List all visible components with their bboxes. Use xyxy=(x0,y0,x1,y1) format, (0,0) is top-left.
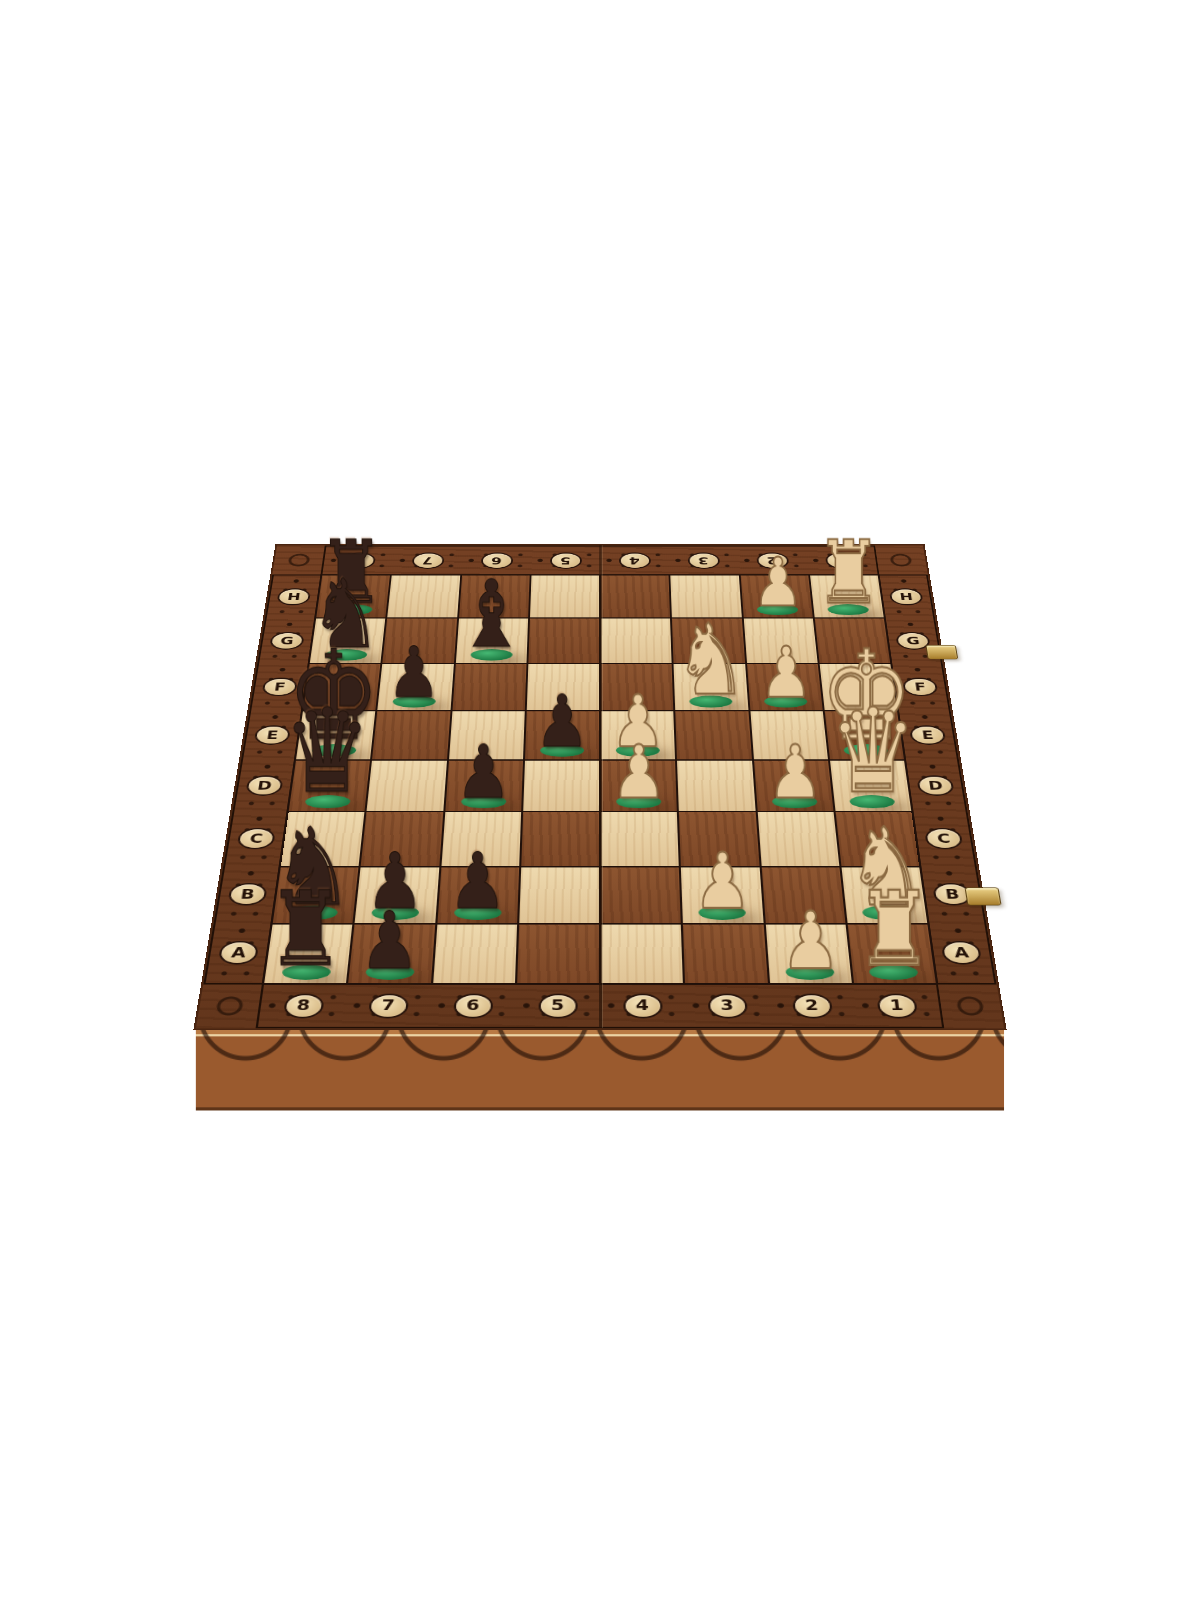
coordinate-medallion: C xyxy=(926,829,961,848)
piece-black-bishop[interactable]: ♝ xyxy=(456,570,526,659)
piece-black-rook[interactable]: ♜ xyxy=(267,880,345,978)
square-h2[interactable]: ♟ xyxy=(740,575,812,617)
square-a5[interactable] xyxy=(517,924,599,983)
square-f6[interactable] xyxy=(452,664,526,710)
piece-black-pawn[interactable]: ♟ xyxy=(455,737,510,807)
square-a8[interactable]: ♜ xyxy=(264,924,352,983)
piece-black-pawn[interactable]: ♟ xyxy=(535,687,589,755)
coordinate-medallion: 3 xyxy=(709,995,745,1016)
piece-white-rook[interactable]: ♜ xyxy=(816,531,882,614)
coordinate-medallion: B xyxy=(230,884,266,904)
piece-white-pawn[interactable]: ♟ xyxy=(611,737,666,807)
square-g4[interactable] xyxy=(601,619,672,663)
product-photo-chess-set: 87654321 87654321 HGFEDCBA HGFEDCBA ♜♟♜♞… xyxy=(0,0,1200,1600)
square-d3[interactable] xyxy=(677,761,755,812)
square-c5[interactable] xyxy=(521,813,599,866)
square-a1[interactable]: ♜ xyxy=(847,924,935,983)
piece-black-pawn[interactable]: ♟ xyxy=(388,639,441,706)
coordinate-medallion: 6 xyxy=(455,995,491,1016)
square-b5[interactable] xyxy=(519,867,599,923)
square-f2[interactable]: ♟ xyxy=(747,664,823,710)
piece-white-pawn[interactable]: ♟ xyxy=(780,903,840,978)
square-e7[interactable] xyxy=(372,711,450,759)
square-a2[interactable]: ♟ xyxy=(765,924,851,983)
piece-black-queen[interactable]: ♛ xyxy=(283,696,371,807)
coordinate-medallion: 3 xyxy=(689,553,718,567)
square-c2[interactable] xyxy=(757,813,839,866)
piece-white-pawn[interactable]: ♟ xyxy=(752,550,803,614)
square-f3[interactable]: ♞ xyxy=(674,664,748,710)
coordinate-medallion: A xyxy=(220,942,257,963)
square-b4[interactable] xyxy=(601,867,681,923)
board-fold-seam xyxy=(599,545,602,1028)
brass-clasp-icon xyxy=(925,645,958,659)
square-e3[interactable] xyxy=(675,711,751,759)
square-d6[interactable]: ♟ xyxy=(445,761,523,812)
square-d7[interactable] xyxy=(367,761,447,812)
square-e5[interactable]: ♟ xyxy=(525,711,599,759)
coordinate-medallion: 4 xyxy=(620,553,648,567)
board-scene: 87654321 87654321 HGFEDCBA HGFEDCBA ♜♟♜♞… xyxy=(0,350,1200,1170)
coordinate-medallion: D xyxy=(247,777,281,795)
coordinate-medallion: 7 xyxy=(413,553,442,567)
square-d2[interactable]: ♟ xyxy=(754,761,834,812)
square-f7[interactable]: ♟ xyxy=(378,664,454,710)
square-g6[interactable]: ♝ xyxy=(455,619,527,663)
coordinate-medallion: 1 xyxy=(878,995,915,1016)
piece-white-pawn[interactable]: ♟ xyxy=(759,639,812,706)
piece-white-pawn[interactable]: ♟ xyxy=(767,737,822,807)
square-h1[interactable]: ♜ xyxy=(810,575,884,617)
square-a6[interactable] xyxy=(433,924,517,983)
square-b6[interactable]: ♟ xyxy=(437,867,519,923)
coordinate-medallion: 7 xyxy=(370,995,406,1016)
square-a7[interactable]: ♟ xyxy=(348,924,434,983)
piece-white-pawn[interactable]: ♟ xyxy=(694,845,752,918)
coordinate-medallion: H xyxy=(891,589,922,604)
coordinate-medallion: 2 xyxy=(794,995,830,1016)
piece-white-rook[interactable]: ♜ xyxy=(855,880,933,978)
board-3d-tilt: 87654321 87654321 HGFEDCBA HGFEDCBA ♜♟♜♞… xyxy=(196,545,1004,1028)
piece-black-pawn[interactable]: ♟ xyxy=(448,845,506,918)
coordinate-medallion: D xyxy=(918,777,952,795)
square-h7[interactable] xyxy=(387,575,459,617)
coordinate-medallion: A xyxy=(943,942,980,963)
square-a4[interactable] xyxy=(601,924,683,983)
coordinate-medallion: H xyxy=(278,589,309,604)
coordinate-medallion: 4 xyxy=(625,995,660,1016)
square-h4[interactable] xyxy=(601,575,670,617)
square-d4[interactable]: ♟ xyxy=(601,761,677,812)
coordinate-medallion: 8 xyxy=(285,995,322,1016)
coordinate-medallion: C xyxy=(239,829,274,848)
square-a3[interactable] xyxy=(683,924,767,983)
square-h5[interactable] xyxy=(530,575,599,617)
square-b3[interactable]: ♟ xyxy=(681,867,763,923)
board-frame: 87654321 87654321 HGFEDCBA HGFEDCBA ♜♟♜♞… xyxy=(196,545,1004,1028)
square-d5[interactable] xyxy=(523,761,599,812)
coordinate-medallion: 5 xyxy=(551,553,579,567)
piece-white-queen[interactable]: ♛ xyxy=(829,696,917,807)
piece-black-pawn[interactable]: ♟ xyxy=(360,903,420,978)
square-c4[interactable] xyxy=(601,813,679,866)
coordinate-medallion: 5 xyxy=(540,995,575,1016)
piece-white-knight[interactable]: ♞ xyxy=(675,613,748,706)
board-front-edge xyxy=(196,1028,1004,1110)
square-g5[interactable] xyxy=(528,619,599,663)
